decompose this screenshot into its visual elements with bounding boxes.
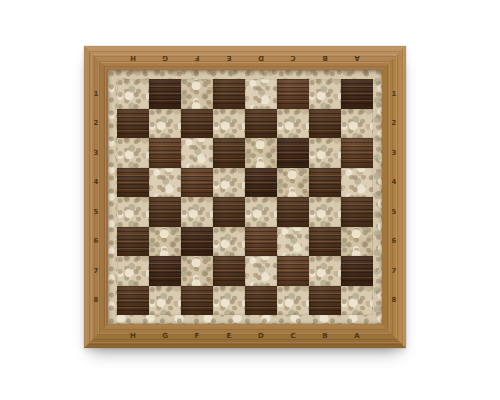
- square-c7: [277, 256, 309, 286]
- square-a5: [341, 197, 373, 227]
- square-d2: [245, 109, 277, 139]
- square-f6: [181, 227, 213, 257]
- square-b7: [309, 256, 341, 286]
- square-a8: [341, 286, 373, 316]
- board-grid: [117, 79, 373, 315]
- square-d6: [245, 227, 277, 257]
- square-d4: [245, 168, 277, 198]
- square-h4: [117, 168, 149, 198]
- square-b3: [309, 138, 341, 168]
- chess-board: HGFEDCBA HGFEDCBA 12345678 12345678: [84, 46, 406, 348]
- square-f2: [181, 109, 213, 139]
- square-g3: [149, 138, 181, 168]
- square-e3: [213, 138, 245, 168]
- square-h6: [117, 227, 149, 257]
- square-c3: [277, 138, 309, 168]
- square-e2: [213, 109, 245, 139]
- square-g4: [149, 168, 181, 198]
- square-e4: [213, 168, 245, 198]
- square-f3: [181, 138, 213, 168]
- square-d5: [245, 197, 277, 227]
- square-b6: [309, 227, 341, 257]
- square-c8: [277, 286, 309, 316]
- square-c5: [277, 197, 309, 227]
- square-a7: [341, 256, 373, 286]
- stone-border: [108, 70, 382, 324]
- square-d8: [245, 286, 277, 316]
- square-b5: [309, 197, 341, 227]
- wood-rail-top: [84, 46, 406, 70]
- square-g2: [149, 109, 181, 139]
- square-e6: [213, 227, 245, 257]
- wood-rail-left: [84, 46, 108, 348]
- square-c6: [277, 227, 309, 257]
- square-b1: [309, 79, 341, 109]
- square-a4: [341, 168, 373, 198]
- square-a2: [341, 109, 373, 139]
- wood-rail-bottom: [84, 324, 406, 348]
- square-b8: [309, 286, 341, 316]
- square-e7: [213, 256, 245, 286]
- square-e5: [213, 197, 245, 227]
- square-a1: [341, 79, 373, 109]
- wood-rail-right: [382, 46, 406, 348]
- square-c2: [277, 109, 309, 139]
- square-b2: [309, 109, 341, 139]
- square-a6: [341, 227, 373, 257]
- square-c1: [277, 79, 309, 109]
- square-h7: [117, 256, 149, 286]
- square-h3: [117, 138, 149, 168]
- square-h8: [117, 286, 149, 316]
- square-h5: [117, 197, 149, 227]
- square-a3: [341, 138, 373, 168]
- square-g7: [149, 256, 181, 286]
- square-b4: [309, 168, 341, 198]
- square-h2: [117, 109, 149, 139]
- square-h1: [117, 79, 149, 109]
- square-g6: [149, 227, 181, 257]
- square-c4: [277, 168, 309, 198]
- square-f8: [181, 286, 213, 316]
- square-g8: [149, 286, 181, 316]
- square-d3: [245, 138, 277, 168]
- square-f1: [181, 79, 213, 109]
- product-photo: HGFEDCBA HGFEDCBA 12345678 12345678: [0, 0, 500, 400]
- square-d1: [245, 79, 277, 109]
- square-f7: [181, 256, 213, 286]
- square-g5: [149, 197, 181, 227]
- square-f5: [181, 197, 213, 227]
- square-d7: [245, 256, 277, 286]
- square-g1: [149, 79, 181, 109]
- square-e1: [213, 79, 245, 109]
- square-e8: [213, 286, 245, 316]
- square-f4: [181, 168, 213, 198]
